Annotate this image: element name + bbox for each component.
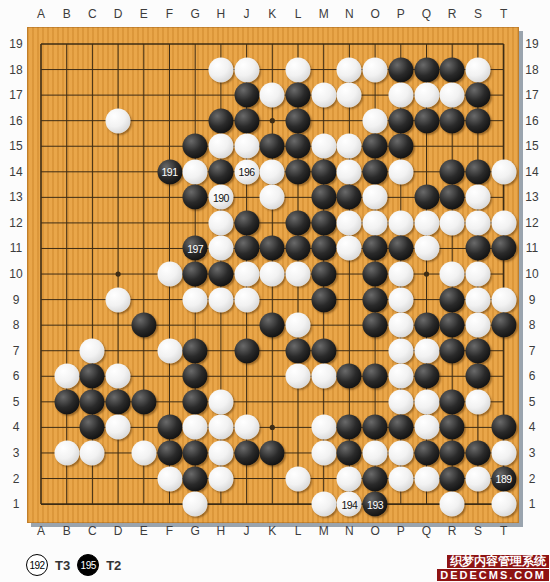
col-label-top: D — [114, 8, 123, 20]
go-stone-black-C6 — [80, 364, 105, 389]
go-stone-black-L11 — [286, 236, 311, 261]
row-label-right: 12 — [525, 217, 538, 229]
col-label-bottom: R — [448, 525, 457, 537]
col-label-top: O — [370, 8, 379, 20]
go-stone-white-P14 — [388, 159, 413, 184]
go-stone-white-Q5 — [414, 389, 439, 414]
row-label-right: 5 — [529, 396, 536, 408]
go-stone-white-M1 — [311, 492, 336, 517]
go-stone-black-R14 — [440, 159, 465, 184]
go-stone-white-D16 — [106, 108, 131, 133]
row-label-right: 11 — [526, 242, 538, 254]
stone-move-number: 189 — [496, 473, 512, 485]
go-stone-white-P10 — [388, 262, 413, 287]
go-stone-white-O18 — [363, 57, 388, 82]
go-stone-black-N3 — [337, 440, 362, 465]
go-stone-black-G15 — [183, 134, 208, 159]
go-stone-white-Q17 — [414, 83, 439, 108]
go-stone-white-J14: 196 — [234, 159, 259, 184]
col-label-top: P — [397, 8, 405, 20]
go-stone-black-O4 — [363, 415, 388, 440]
go-stone-black-G5 — [183, 389, 208, 414]
row-label-left: 3 — [13, 447, 20, 459]
go-stone-white-P2 — [388, 466, 413, 491]
go-stone-white-S2 — [465, 466, 490, 491]
row-label-right: 6 — [529, 370, 536, 382]
go-stone-white-H11 — [208, 236, 233, 261]
go-stone-black-T4 — [491, 415, 516, 440]
go-stone-black-F4 — [157, 415, 182, 440]
go-stone-black-T2: 189 — [491, 466, 516, 491]
row-label-right: 16 — [525, 115, 538, 127]
go-stone-black-J7 — [234, 338, 259, 363]
go-stone-black-J16 — [234, 108, 259, 133]
stone-move-number: 194 — [341, 498, 357, 510]
stone-move-number: 190 — [213, 191, 229, 203]
go-stone-black-G13 — [183, 185, 208, 210]
col-label-top: F — [166, 8, 173, 20]
go-stone-white-P9 — [388, 287, 413, 312]
go-stone-black-Q6 — [414, 364, 439, 389]
go-stone-black-G2 — [183, 466, 208, 491]
col-label-bottom: E — [140, 525, 148, 537]
go-stone-white-N1: 194 — [337, 492, 362, 517]
go-stone-white-N17 — [337, 83, 362, 108]
go-stone-black-Q16 — [414, 108, 439, 133]
go-stone-white-J4 — [234, 415, 259, 440]
go-stone-black-E8 — [131, 313, 156, 338]
go-kifu-page: AABBCCDDEEFFGGHHJJKKLLMMNNOOPPQQRRSSTT19… — [0, 0, 550, 582]
col-label-top: H — [217, 8, 226, 20]
col-label-bottom: Q — [422, 525, 431, 537]
row-label-left: 1 — [13, 498, 20, 510]
row-label-left: 2 — [13, 473, 20, 485]
go-stone-black-P16 — [388, 108, 413, 133]
go-stone-black-D5 — [106, 389, 131, 414]
go-stone-white-K13 — [260, 185, 285, 210]
go-stone-black-N4 — [337, 415, 362, 440]
go-stone-black-G3 — [183, 440, 208, 465]
go-stone-black-M14 — [311, 159, 336, 184]
go-stone-black-O6 — [363, 364, 388, 389]
go-stone-white-T12 — [491, 210, 516, 235]
go-stone-white-O16 — [363, 108, 388, 133]
col-label-top: E — [140, 8, 148, 20]
go-stone-white-L10 — [286, 262, 311, 287]
go-stone-black-R8 — [440, 313, 465, 338]
go-stone-white-C3 — [80, 440, 105, 465]
col-label-top: A — [37, 8, 45, 20]
go-stone-white-R10 — [440, 262, 465, 287]
go-stone-white-R1 — [440, 492, 465, 517]
go-stone-black-M13 — [311, 185, 336, 210]
go-stone-black-R18 — [440, 57, 465, 82]
go-stone-white-B3 — [54, 440, 79, 465]
go-stone-white-P6 — [388, 364, 413, 389]
go-stone-black-O8 — [363, 313, 388, 338]
go-stone-black-T11 — [491, 236, 516, 261]
row-label-right: 18 — [525, 64, 538, 76]
go-stone-white-D9 — [106, 287, 131, 312]
go-stone-black-R2 — [440, 466, 465, 491]
go-stone-black-Q18 — [414, 57, 439, 82]
go-stone-black-Q13 — [414, 185, 439, 210]
go-stone-white-T14 — [491, 159, 516, 184]
col-label-bottom: T — [500, 525, 507, 537]
go-stone-black-C4 — [80, 415, 105, 440]
go-stone-white-S5 — [465, 389, 490, 414]
col-label-bottom: H — [217, 525, 226, 537]
go-stone-black-O15 — [363, 134, 388, 159]
go-stone-white-P8 — [388, 313, 413, 338]
row-label-right: 9 — [529, 294, 536, 306]
go-stone-white-M3 — [311, 440, 336, 465]
row-label-left: 7 — [13, 345, 20, 357]
row-label-right: 19 — [525, 38, 538, 50]
go-stone-black-H14 — [208, 159, 233, 184]
go-stone-white-T9 — [491, 287, 516, 312]
go-stone-white-G14 — [183, 159, 208, 184]
stone-move-number: 196 — [239, 166, 255, 178]
go-stone-white-D4 — [106, 415, 131, 440]
go-stone-white-H18 — [208, 57, 233, 82]
go-stone-white-R12 — [440, 210, 465, 235]
go-stone-white-N11 — [337, 236, 362, 261]
go-stone-white-M15 — [311, 134, 336, 159]
go-stone-white-R17 — [440, 83, 465, 108]
go-stone-white-J10 — [234, 262, 259, 287]
row-label-left: 13 — [9, 191, 22, 203]
go-stone-black-P4 — [388, 415, 413, 440]
go-stone-white-F7 — [157, 338, 182, 363]
go-stone-black-K11 — [260, 236, 285, 261]
stone-move-number: 191 — [161, 166, 177, 178]
go-stone-white-S12 — [465, 210, 490, 235]
go-stone-white-S9 — [465, 287, 490, 312]
legend-white-stone: 192 — [26, 554, 48, 576]
go-stone-black-M12 — [311, 210, 336, 235]
go-stone-white-P12 — [388, 210, 413, 235]
go-stone-white-F10 — [157, 262, 182, 287]
stone-move-number: 193 — [367, 498, 383, 510]
go-stone-white-S18 — [465, 57, 490, 82]
go-stone-black-G10 — [183, 262, 208, 287]
row-label-left: 8 — [13, 319, 20, 331]
go-stone-white-T3 — [491, 440, 516, 465]
go-stone-black-H16 — [208, 108, 233, 133]
col-label-bottom: M — [319, 525, 329, 537]
go-stone-black-S3 — [465, 440, 490, 465]
row-label-left: 5 — [13, 396, 20, 408]
col-label-top: N — [345, 8, 354, 20]
go-stone-white-G4 — [183, 415, 208, 440]
col-label-top: L — [295, 8, 302, 20]
go-stone-white-B6 — [54, 364, 79, 389]
go-stone-white-P17 — [388, 83, 413, 108]
go-stone-black-K15 — [260, 134, 285, 159]
go-stone-black-O14 — [363, 159, 388, 184]
col-label-bottom: K — [268, 525, 276, 537]
col-label-bottom: S — [474, 525, 482, 537]
col-label-top: B — [63, 8, 71, 20]
go-stone-white-E3 — [131, 440, 156, 465]
col-label-bottom: F — [166, 525, 173, 537]
go-stone-white-N12 — [337, 210, 362, 235]
go-stone-white-J15 — [234, 134, 259, 159]
row-label-left: 10 — [9, 268, 22, 280]
row-label-left: 9 — [13, 294, 20, 306]
move-legend: 192 T3 195 T2 — [26, 553, 121, 577]
go-stone-white-M4 — [311, 415, 336, 440]
watermark-line2: DEDECMS.COM — [437, 569, 549, 581]
go-stone-white-J9 — [234, 287, 259, 312]
go-stone-white-O12 — [363, 210, 388, 235]
go-stone-white-H5 — [208, 389, 233, 414]
row-label-right: 13 — [525, 191, 538, 203]
go-stone-black-Q3 — [414, 440, 439, 465]
legend-black-stone: 195 — [77, 554, 99, 576]
row-label-left: 16 — [9, 115, 22, 127]
row-label-left: 19 — [9, 38, 22, 50]
go-stone-white-H4 — [208, 415, 233, 440]
go-stone-white-Q2 — [414, 466, 439, 491]
go-stone-white-K10 — [260, 262, 285, 287]
go-stone-white-Q11 — [414, 236, 439, 261]
go-stone-white-S8 — [465, 313, 490, 338]
go-stone-white-J18 — [234, 57, 259, 82]
go-stone-white-K14 — [260, 159, 285, 184]
go-stone-white-F2 — [157, 466, 182, 491]
row-label-left: 18 — [9, 64, 22, 76]
go-stone-black-O11 — [363, 236, 388, 261]
go-stone-white-Q12 — [414, 210, 439, 235]
go-stone-white-H3 — [208, 440, 233, 465]
go-stone-black-L16 — [286, 108, 311, 133]
go-stone-white-Q4 — [414, 415, 439, 440]
go-stone-white-N14 — [337, 159, 362, 184]
go-stone-black-F3 — [157, 440, 182, 465]
go-stone-black-S11 — [465, 236, 490, 261]
go-stone-black-J11 — [234, 236, 259, 261]
go-stone-black-C5 — [80, 389, 105, 414]
col-label-top: T — [500, 8, 507, 20]
col-label-top: G — [191, 8, 200, 20]
go-stone-black-L7 — [286, 338, 311, 363]
go-stone-black-O2 — [363, 466, 388, 491]
go-stone-black-L17 — [286, 83, 311, 108]
go-stone-black-L12 — [286, 210, 311, 235]
row-label-left: 14 — [9, 166, 22, 178]
go-stone-black-P18 — [388, 57, 413, 82]
row-label-right: 4 — [529, 421, 536, 433]
go-stone-black-M9 — [311, 287, 336, 312]
go-stone-white-G1 — [183, 492, 208, 517]
col-label-bottom: A — [37, 525, 45, 537]
col-label-bottom: L — [295, 525, 302, 537]
row-label-right: 1 — [529, 498, 536, 510]
go-stone-black-S14 — [465, 159, 490, 184]
go-stone-white-N15 — [337, 134, 362, 159]
go-stone-black-R5 — [440, 389, 465, 414]
go-stone-black-R7 — [440, 338, 465, 363]
go-stone-black-K8 — [260, 313, 285, 338]
go-stone-white-Q7 — [414, 338, 439, 363]
go-stone-black-M10 — [311, 262, 336, 287]
go-stone-black-J12 — [234, 210, 259, 235]
row-label-right: 10 — [525, 268, 538, 280]
go-stone-white-P5 — [388, 389, 413, 414]
row-label-right: 3 — [529, 447, 536, 459]
row-label-right: 2 — [529, 473, 536, 485]
col-label-bottom: O — [370, 525, 379, 537]
go-stone-black-J3 — [234, 440, 259, 465]
col-label-top: Q — [422, 8, 431, 20]
go-stone-black-S17 — [465, 83, 490, 108]
go-stone-black-P11 — [388, 236, 413, 261]
col-label-bottom: C — [88, 525, 97, 537]
col-label-bottom: J — [244, 525, 250, 537]
go-stone-white-H15 — [208, 134, 233, 159]
go-stone-white-O13 — [363, 185, 388, 210]
col-label-top: K — [268, 8, 276, 20]
row-label-right: 8 — [529, 319, 536, 331]
go-stone-black-R4 — [440, 415, 465, 440]
col-label-top: R — [448, 8, 457, 20]
go-stone-black-S6 — [465, 364, 490, 389]
go-stone-black-E5 — [131, 389, 156, 414]
col-label-top: M — [319, 8, 329, 20]
go-stone-black-R13 — [440, 185, 465, 210]
row-label-left: 17 — [9, 89, 22, 101]
go-stone-black-G6 — [183, 364, 208, 389]
go-stone-black-R3 — [440, 440, 465, 465]
go-stone-black-S16 — [465, 108, 490, 133]
go-stone-white-O3 — [363, 440, 388, 465]
go-stone-black-H10 — [208, 262, 233, 287]
go-stone-black-K3 — [260, 440, 285, 465]
row-label-left: 6 — [13, 370, 20, 382]
go-stone-white-M6 — [311, 364, 336, 389]
go-stone-white-M17 — [311, 83, 336, 108]
go-stone-black-B5 — [54, 389, 79, 414]
go-stone-black-T8 — [491, 313, 516, 338]
go-stone-white-L6 — [286, 364, 311, 389]
row-label-right: 15 — [525, 140, 538, 152]
go-stone-white-H9 — [208, 287, 233, 312]
go-stone-white-S10 — [465, 262, 490, 287]
go-stone-black-G11: 197 — [183, 236, 208, 261]
go-stone-white-H13: 190 — [208, 185, 233, 210]
row-label-right: 14 — [525, 166, 538, 178]
go-stone-black-N6 — [337, 364, 362, 389]
row-label-left: 12 — [9, 217, 22, 229]
go-stone-white-T1 — [491, 492, 516, 517]
go-stone-black-J17 — [234, 83, 259, 108]
go-stone-black-F14: 191 — [157, 159, 182, 184]
go-stone-black-O9 — [363, 287, 388, 312]
row-label-left: 15 — [9, 140, 22, 152]
go-stone-white-S13 — [465, 185, 490, 210]
go-stone-white-K17 — [260, 83, 285, 108]
go-stone-black-O1: 193 — [363, 492, 388, 517]
go-stone-black-R16 — [440, 108, 465, 133]
go-stone-white-N18 — [337, 57, 362, 82]
go-stone-black-R9 — [440, 287, 465, 312]
go-stone-black-Q8 — [414, 313, 439, 338]
watermark-line1: 织梦内容管理系统 — [447, 555, 549, 568]
go-stone-white-D6 — [106, 364, 131, 389]
col-label-bottom: B — [63, 525, 71, 537]
go-stone-white-C7 — [80, 338, 105, 363]
go-stone-black-L15 — [286, 134, 311, 159]
col-label-bottom: D — [114, 525, 123, 537]
go-stone-black-O10 — [363, 262, 388, 287]
go-stone-black-S7 — [465, 338, 490, 363]
col-label-top: J — [244, 8, 250, 20]
go-stone-white-P3 — [388, 440, 413, 465]
row-label-left: 11 — [10, 242, 22, 254]
row-label-right: 7 — [529, 345, 536, 357]
go-stone-black-G7 — [183, 338, 208, 363]
go-stone-white-L18 — [286, 57, 311, 82]
col-label-bottom: G — [191, 525, 200, 537]
row-label-right: 17 — [525, 89, 538, 101]
go-stone-white-N2 — [337, 466, 362, 491]
go-stone-black-M7 — [311, 338, 336, 363]
go-stone-black-L14 — [286, 159, 311, 184]
row-label-left: 4 — [13, 421, 20, 433]
go-stone-white-L8 — [286, 313, 311, 338]
legend-white-coord: T3 — [55, 558, 70, 573]
go-stone-white-G9 — [183, 287, 208, 312]
watermark: 织梦内容管理系统 DEDECMS.COM — [437, 554, 549, 581]
col-label-bottom: N — [345, 525, 354, 537]
go-stone-white-P7 — [388, 338, 413, 363]
go-stone-black-M11 — [311, 236, 336, 261]
go-stone-black-N13 — [337, 185, 362, 210]
col-label-bottom: P — [397, 525, 405, 537]
stone-move-number: 197 — [187, 242, 203, 254]
col-label-top: C — [88, 8, 97, 20]
go-stone-black-P15 — [388, 134, 413, 159]
go-stone-white-H12 — [208, 210, 233, 235]
col-label-top: S — [474, 8, 482, 20]
go-stone-white-L2 — [286, 466, 311, 491]
go-stone-white-H2 — [208, 466, 233, 491]
legend-black-coord: T2 — [106, 558, 121, 573]
